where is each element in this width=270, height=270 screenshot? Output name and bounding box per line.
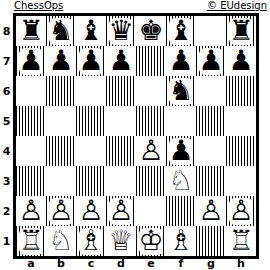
square-e1[interactable]: ♔ [136,226,166,256]
square-c5[interactable] [76,106,106,136]
square-f7[interactable]: ♟ [166,46,196,76]
square-h6[interactable] [226,76,256,106]
piece-bK: ♚ [136,16,166,46]
square-h2[interactable]: ♙ [226,196,256,226]
square-c1[interactable]: ♗ [76,226,106,256]
rank-label-1: 1 [0,226,13,256]
piece-bN: ♞ [46,16,76,46]
square-d1[interactable]: ♕ [106,226,136,256]
board-frame: ♜♞♝♛♚♝♜♟♟♟♟♟♟♟♞♙♟♘♙♙♙♙♙♙♖♘♗♕♔♗♖ [13,13,259,259]
square-f5[interactable] [166,106,196,136]
rank-label-6: 6 [0,76,13,106]
square-g4[interactable] [196,136,226,166]
square-e6[interactable] [136,76,166,106]
square-a1[interactable]: ♖ [16,226,46,256]
square-d2[interactable]: ♙ [106,196,136,226]
square-b1[interactable]: ♘ [46,226,76,256]
square-h3[interactable] [226,166,256,196]
square-f1[interactable]: ♗ [166,226,196,256]
piece-bP: ♟ [106,46,136,76]
chessops-window: ChessOps © EUdesign 87654321 ♜♞♝♛♚♝♜♟♟♟♟… [0,0,270,270]
square-a8[interactable]: ♜ [16,16,46,46]
square-e8[interactable]: ♚ [136,16,166,46]
chess-board: ♜♞♝♛♚♝♜♟♟♟♟♟♟♟♞♙♟♘♙♙♙♙♙♙♖♘♗♕♔♗♖ [16,16,256,256]
square-g7[interactable]: ♟ [196,46,226,76]
piece-bR: ♜ [226,16,256,46]
square-c8[interactable]: ♝ [76,16,106,46]
file-label-a: a [16,258,46,270]
square-e3[interactable] [136,166,166,196]
square-f8[interactable]: ♝ [166,16,196,46]
square-h4[interactable] [226,136,256,166]
square-a5[interactable] [16,106,46,136]
square-b3[interactable] [46,166,76,196]
square-e4[interactable]: ♙ [136,136,166,166]
piece-bR: ♜ [16,16,46,46]
square-c6[interactable] [76,76,106,106]
piece-bQ: ♛ [106,16,136,46]
credit-label: © EUdesign [207,0,267,12]
square-d7[interactable]: ♟ [106,46,136,76]
piece-bP: ♟ [16,46,46,76]
file-label-f: f [166,258,196,270]
file-label-h: h [226,258,256,270]
square-a7[interactable]: ♟ [16,46,46,76]
square-g6[interactable] [196,76,226,106]
square-g2[interactable]: ♙ [196,196,226,226]
square-d8[interactable]: ♛ [106,16,136,46]
piece-wP: ♙ [76,196,106,226]
piece-wP: ♙ [16,196,46,226]
piece-wB: ♗ [166,226,196,256]
piece-bP: ♟ [166,136,196,166]
square-a3[interactable] [16,166,46,196]
square-e2[interactable] [136,196,166,226]
square-f6[interactable]: ♞ [166,76,196,106]
square-f2[interactable] [166,196,196,226]
square-g1[interactable] [196,226,226,256]
square-h5[interactable] [226,106,256,136]
piece-wN: ♘ [166,166,196,196]
square-c2[interactable]: ♙ [76,196,106,226]
piece-wQ: ♕ [106,226,136,256]
square-a2[interactable]: ♙ [16,196,46,226]
square-h8[interactable]: ♜ [226,16,256,46]
file-label-b: b [46,258,76,270]
rank-label-3: 3 [0,166,13,196]
square-b4[interactable] [46,136,76,166]
square-d3[interactable] [106,166,136,196]
square-f3[interactable]: ♘ [166,166,196,196]
rank-label-4: 4 [0,136,13,166]
square-c3[interactable] [76,166,106,196]
piece-bP: ♟ [76,46,106,76]
square-c7[interactable]: ♟ [76,46,106,76]
square-f4[interactable]: ♟ [166,136,196,166]
header-bar: ChessOps © EUdesign [14,0,267,13]
square-b2[interactable]: ♙ [46,196,76,226]
square-c4[interactable] [76,136,106,166]
piece-bB: ♝ [166,16,196,46]
piece-bB: ♝ [76,16,106,46]
square-a4[interactable] [16,136,46,166]
square-e7[interactable] [136,46,166,76]
piece-bP: ♟ [166,46,196,76]
rank-label-7: 7 [0,46,13,76]
rank-labels: 87654321 [0,16,13,256]
rank-label-5: 5 [0,106,13,136]
app-title: ChessOps [14,0,63,12]
square-d4[interactable] [106,136,136,166]
rank-label-8: 8 [0,16,13,46]
square-d6[interactable] [106,76,136,106]
file-label-d: d [106,258,136,270]
piece-wP: ♙ [46,196,76,226]
file-labels: abcdefgh [16,258,256,270]
square-a6[interactable] [16,76,46,106]
file-label-e: e [136,258,166,270]
square-g5[interactable] [196,106,226,136]
piece-wB: ♗ [76,226,106,256]
piece-wN: ♘ [46,226,76,256]
square-b6[interactable] [46,76,76,106]
square-g8[interactable] [196,16,226,46]
piece-bP: ♟ [196,46,226,76]
piece-wP: ♙ [196,196,226,226]
square-b5[interactable] [46,106,76,136]
piece-wP: ♙ [226,196,256,226]
piece-wR: ♖ [16,226,46,256]
piece-wP: ♙ [106,196,136,226]
piece-bP: ♟ [46,46,76,76]
square-g3[interactable] [196,166,226,196]
piece-wK: ♔ [136,226,166,256]
piece-wR: ♖ [226,226,256,256]
piece-bP: ♟ [226,46,256,76]
file-label-g: g [196,258,226,270]
square-d5[interactable] [106,106,136,136]
piece-bN: ♞ [166,76,196,106]
square-h7[interactable]: ♟ [226,46,256,76]
rank-label-2: 2 [0,196,13,226]
square-b8[interactable]: ♞ [46,16,76,46]
file-label-c: c [76,258,106,270]
piece-wP: ♙ [136,136,166,166]
square-e5[interactable] [136,106,166,136]
square-b7[interactable]: ♟ [46,46,76,76]
square-h1[interactable]: ♖ [226,226,256,256]
